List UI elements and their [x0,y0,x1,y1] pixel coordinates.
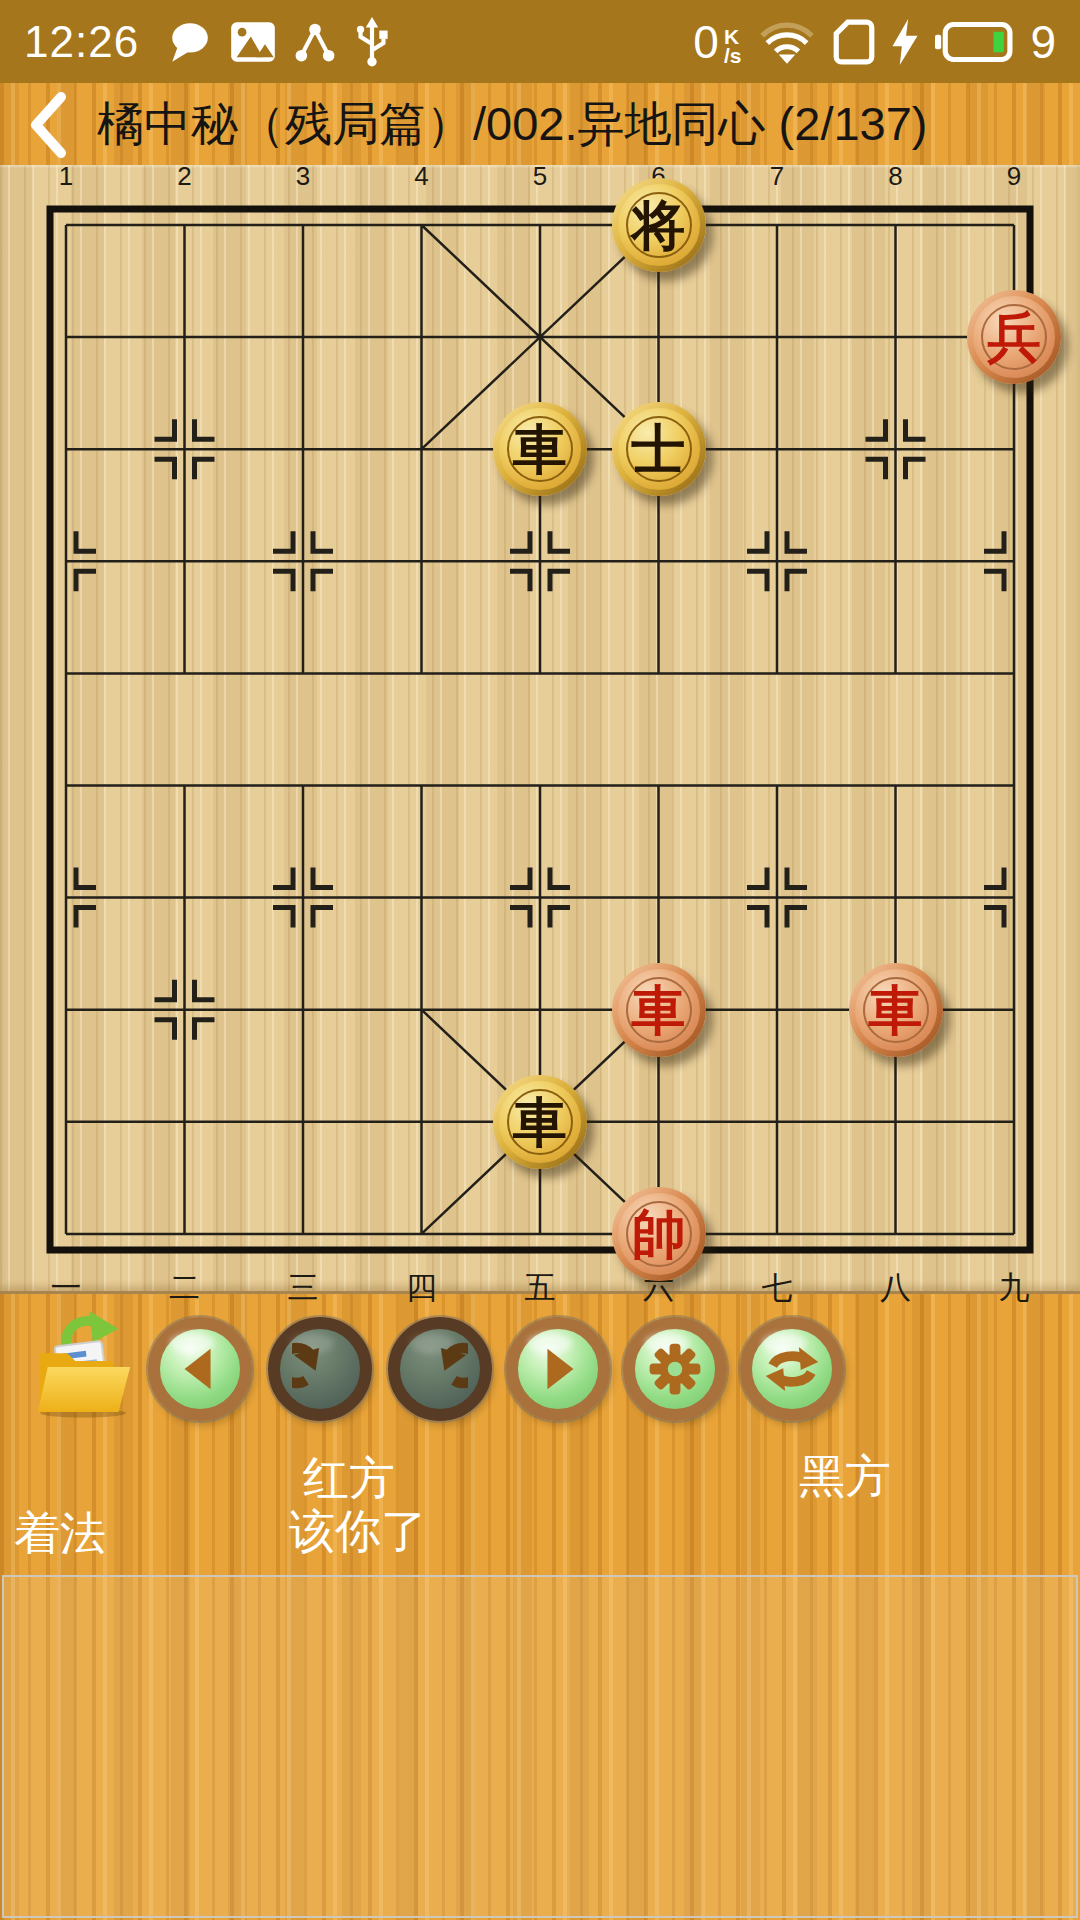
black-chariot-piece[interactable]: 車 [493,402,587,496]
chat-icon [166,21,212,63]
share-icon [294,21,336,63]
red-chariot-piece[interactable]: 車 [612,963,706,1057]
file-label-top: 4 [408,161,436,192]
file-label-top: 5 [526,161,554,192]
moves-list-panel[interactable] [2,1575,1078,1918]
redo-button[interactable] [388,1317,492,1421]
sim-card-icon [833,19,875,65]
black-chariot-piece[interactable]: 車 [493,1075,587,1169]
piece-glyph: 車 [869,983,923,1037]
restart-button[interactable] [740,1317,844,1421]
next-move-button[interactable] [506,1317,610,1421]
file-label-bottom: 四 [400,1267,444,1309]
black-general-piece[interactable]: 将 [612,178,706,272]
settings-button[interactable] [623,1317,727,1421]
network-speed: 0 K/s [693,19,741,65]
file-label-bottom: 三 [281,1267,325,1309]
gallery-icon [229,20,277,64]
piece-glyph: 帥 [632,1207,686,1261]
black-advisor-piece[interactable]: 士 [612,402,706,496]
piece-glyph: 車 [632,983,686,1037]
red-soldier-piece[interactable]: 兵 [967,290,1061,384]
title-bar: 橘中秘（残局篇）/002.异地同心 (2/137) [0,83,1080,165]
open-file-button[interactable] [34,1310,142,1418]
status-bar: 12:26 0 K/s 9 [0,0,1080,83]
wifi-icon [758,19,816,65]
piece-glyph: 士 [632,422,686,476]
file-label-top: 9 [1000,161,1028,192]
file-label-bottom: 九 [992,1267,1036,1309]
moves-label: 着法 [14,1510,106,1556]
file-label-top: 8 [882,161,910,192]
file-label-bottom: 七 [755,1267,799,1309]
turn-status-text: 该你了 [289,1508,427,1554]
red-side-label: 红方 [303,1455,395,1501]
piece-glyph: 車 [513,422,567,476]
usb-icon [353,17,391,67]
undo-button[interactable] [268,1317,372,1421]
red-chariot-piece[interactable]: 車 [849,963,943,1057]
red-general-piece[interactable]: 帥 [612,1187,706,1281]
prev-move-button[interactable] [148,1317,252,1421]
page-title: 橘中秘（残局篇）/002.异地同心 (2/137) [97,83,928,165]
clock: 12:26 [24,17,139,67]
file-label-top: 7 [763,161,791,192]
charging-bolt-icon [892,19,918,65]
phone-screen: 12:26 0 K/s 9 [0,0,1080,1920]
file-label-bottom: 二 [163,1267,207,1309]
piece-glyph: 将 [632,198,686,252]
file-label-bottom: 五 [518,1267,562,1309]
black-side-label: 黑方 [799,1453,891,1499]
piece-glyph: 兵 [987,310,1041,364]
battery-icon [935,21,1013,63]
back-button[interactable] [26,92,70,158]
file-label-bottom: 一 [44,1267,88,1309]
piece-glyph: 車 [513,1095,567,1149]
file-label-top: 1 [52,161,80,192]
file-label-top: 2 [171,161,199,192]
battery-percent: 9 [1030,15,1056,69]
xiangqi-board[interactable]: 123456789一二三四五六七八九将兵車士車車車帥 [0,165,1080,1294]
file-label-bottom: 八 [874,1267,918,1309]
file-label-top: 3 [289,161,317,192]
